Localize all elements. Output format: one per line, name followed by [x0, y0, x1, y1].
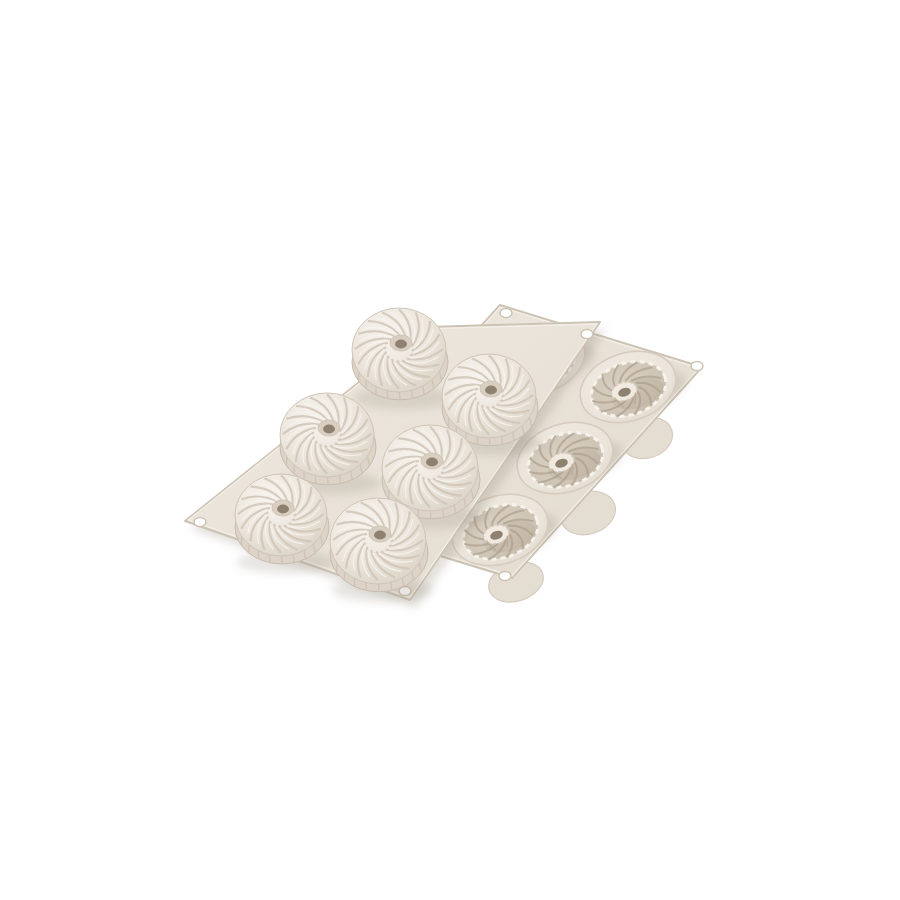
silicone-mold-illustration	[0, 0, 900, 900]
corner-hanging-hole	[499, 571, 511, 580]
dome-center-hole	[277, 505, 289, 514]
corner-hanging-hole	[194, 517, 206, 526]
corner-hanging-hole	[691, 361, 703, 370]
dome-center-hole	[374, 531, 386, 540]
corner-hanging-hole	[581, 329, 593, 338]
product-photo	[0, 0, 900, 900]
dome-center-hole	[323, 425, 335, 434]
corner-hanging-hole	[500, 308, 512, 317]
dome-center-hole	[426, 458, 438, 467]
dome-center-hole	[485, 386, 497, 395]
dome-center-hole	[395, 340, 407, 349]
